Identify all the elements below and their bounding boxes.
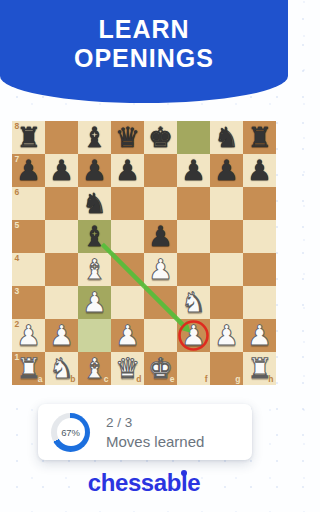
square-d7[interactable]: ♟ (111, 154, 144, 187)
piece-black-knight[interactable]: ♞ (78, 187, 111, 220)
progress-ring: 67% (51, 413, 90, 452)
moves-caption: Moves learned (106, 433, 204, 450)
piece-black-pawn[interactable]: ♟ (177, 154, 210, 187)
piece-black-queen[interactable]: ♛ (111, 121, 144, 154)
square-c4[interactable]: ♝ (78, 253, 111, 286)
piece-white-pawn[interactable]: ♟ (144, 253, 177, 286)
square-b6[interactable] (45, 187, 78, 220)
square-g7[interactable]: ♟ (210, 154, 243, 187)
promo-title-line2: OPENINGS (74, 44, 214, 73)
square-c8[interactable]: ♝ (78, 121, 111, 154)
square-f8[interactable] (177, 121, 210, 154)
rank-label-5: 5 (15, 221, 20, 230)
square-d5[interactable] (111, 220, 144, 253)
square-d1[interactable]: d♛ (111, 352, 144, 385)
piece-black-pawn[interactable]: ♟ (78, 154, 111, 187)
piece-black-king[interactable]: ♚ (144, 121, 177, 154)
square-g3[interactable] (210, 286, 243, 319)
square-e8[interactable]: ♚ (144, 121, 177, 154)
square-h2[interactable]: ♟ (243, 319, 276, 352)
square-h7[interactable]: ♟ (243, 154, 276, 187)
square-h8[interactable]: ♜ (243, 121, 276, 154)
square-b3[interactable] (45, 286, 78, 319)
square-c1[interactable]: c♝ (78, 352, 111, 385)
logo-text-left: chessab (88, 469, 181, 497)
square-f7[interactable]: ♟ (177, 154, 210, 187)
file-label-g: g (235, 375, 240, 384)
square-h3[interactable] (243, 286, 276, 319)
square-a1[interactable]: 1a♜ (12, 352, 45, 385)
piece-white-pawn[interactable]: ♟ (12, 319, 45, 352)
chess-board: 8♜♝♛♚♞♜7♟♟♟♟♟♟♟6♞5♝♟4♝♟3♟♞2♟♟♟♟♟♟1a♜b♞c♝… (12, 121, 276, 385)
square-a8[interactable]: 8♜ (12, 121, 45, 154)
brand-logo: chessable (0, 469, 288, 497)
square-b1[interactable]: b♞ (45, 352, 78, 385)
square-c2[interactable] (78, 319, 111, 352)
square-a3[interactable]: 3 (12, 286, 45, 319)
square-c3[interactable]: ♟ (78, 286, 111, 319)
square-a5[interactable]: 5 (12, 220, 45, 253)
square-h4[interactable] (243, 253, 276, 286)
logo-pawn-letter: l (181, 469, 187, 497)
square-a6[interactable]: 6 (12, 187, 45, 220)
square-h5[interactable] (243, 220, 276, 253)
square-d4[interactable] (111, 253, 144, 286)
progress-text: 2 / 3 Moves learned (106, 415, 204, 450)
square-g1[interactable]: g (210, 352, 243, 385)
progress-card: 67% 2 / 3 Moves learned (38, 404, 252, 460)
square-b5[interactable] (45, 220, 78, 253)
piece-black-bishop[interactable]: ♝ (78, 121, 111, 154)
piece-white-pawn[interactable]: ♟ (243, 319, 276, 352)
square-b7[interactable]: ♟ (45, 154, 78, 187)
square-e4[interactable]: ♟ (144, 253, 177, 286)
progress-percent: 67% (51, 413, 90, 452)
square-e6[interactable] (144, 187, 177, 220)
square-g4[interactable] (210, 253, 243, 286)
square-e2[interactable] (144, 319, 177, 352)
square-f1[interactable]: f (177, 352, 210, 385)
piece-white-bishop[interactable]: ♝ (78, 352, 111, 385)
square-c6[interactable]: ♞ (78, 187, 111, 220)
piece-black-knight[interactable]: ♞ (210, 121, 243, 154)
logo-text-right: e (187, 469, 200, 497)
rank-label-6: 6 (15, 188, 20, 197)
square-b2[interactable]: ♟ (45, 319, 78, 352)
piece-white-pawn[interactable]: ♟ (45, 319, 78, 352)
square-d8[interactable]: ♛ (111, 121, 144, 154)
square-d6[interactable] (111, 187, 144, 220)
square-e7[interactable] (144, 154, 177, 187)
piece-black-pawn[interactable]: ♟ (111, 154, 144, 187)
square-e1[interactable]: e♚ (144, 352, 177, 385)
piece-white-queen[interactable]: ♛ (111, 352, 144, 385)
square-g6[interactable] (210, 187, 243, 220)
square-b4[interactable] (45, 253, 78, 286)
square-d2[interactable]: ♟ (111, 319, 144, 352)
square-b8[interactable] (45, 121, 78, 154)
piece-black-bishop[interactable]: ♝ (78, 220, 111, 253)
rank-label-4: 4 (15, 254, 20, 263)
piece-white-pawn[interactable]: ♟ (210, 319, 243, 352)
square-f3[interactable]: ♞ (177, 286, 210, 319)
rank-label-3: 3 (15, 287, 20, 296)
square-g8[interactable]: ♞ (210, 121, 243, 154)
square-d3[interactable] (111, 286, 144, 319)
piece-black-pawn[interactable]: ♟ (45, 154, 78, 187)
piece-white-pawn[interactable]: ♟ (111, 319, 144, 352)
file-label-f: f (205, 375, 208, 384)
square-c7[interactable]: ♟ (78, 154, 111, 187)
square-f6[interactable] (177, 187, 210, 220)
square-a2[interactable]: 2♟ (12, 319, 45, 352)
piece-white-pawn[interactable]: ♟ (177, 319, 210, 352)
moves-count: 2 / 3 (106, 415, 204, 430)
square-h6[interactable] (243, 187, 276, 220)
promo-header: LEARN OPENINGS (0, 0, 288, 103)
piece-black-pawn[interactable]: ♟ (243, 154, 276, 187)
piece-black-pawn[interactable]: ♟ (12, 154, 45, 187)
piece-white-king[interactable]: ♚ (144, 352, 177, 385)
piece-black-pawn[interactable]: ♟ (210, 154, 243, 187)
piece-white-rook[interactable]: ♜ (243, 352, 276, 385)
square-e3[interactable] (144, 286, 177, 319)
square-a4[interactable]: 4 (12, 253, 45, 286)
square-g2[interactable]: ♟ (210, 319, 243, 352)
square-f4[interactable] (177, 253, 210, 286)
square-h1[interactable]: h♜ (243, 352, 276, 385)
piece-black-rook[interactable]: ♜ (243, 121, 276, 154)
square-a7[interactable]: 7♟ (12, 154, 45, 187)
piece-white-knight[interactable]: ♞ (177, 286, 210, 319)
piece-black-pawn[interactable]: ♟ (144, 220, 177, 253)
square-e5[interactable]: ♟ (144, 220, 177, 253)
square-c5[interactable]: ♝ (78, 220, 111, 253)
square-f5[interactable] (177, 220, 210, 253)
piece-white-rook[interactable]: ♜ (12, 352, 45, 385)
piece-white-knight[interactable]: ♞ (45, 352, 78, 385)
piece-white-bishop[interactable]: ♝ (78, 253, 111, 286)
square-f2[interactable]: ♟ (177, 319, 210, 352)
square-g5[interactable] (210, 220, 243, 253)
promo-title-line1: LEARN (98, 15, 189, 44)
piece-black-rook[interactable]: ♜ (12, 121, 45, 154)
piece-white-pawn[interactable]: ♟ (78, 286, 111, 319)
